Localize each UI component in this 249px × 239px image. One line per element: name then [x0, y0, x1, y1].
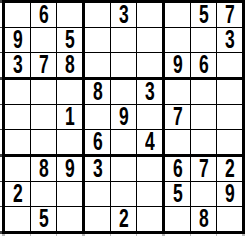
grid-tick: [216, 234, 217, 236]
grid-tick: [0, 77, 2, 80]
cell-r7c8[interactable]: 7: [191, 157, 217, 182]
cell-r6c2[interactable]: [31, 130, 57, 157]
cell-r1c7[interactable]: [165, 3, 191, 28]
sudoku-puzzle: 6357953378968319764893672259528: [0, 0, 249, 239]
cell-r6c7[interactable]: [165, 130, 191, 157]
grid-tick: [162, 234, 165, 236]
cell-r9c3[interactable]: [57, 207, 85, 231]
cell-r2c6[interactable]: [137, 28, 165, 53]
grid-tick: [30, 234, 31, 236]
cell-r7c3[interactable]: 9: [57, 157, 85, 182]
cell-r5c2[interactable]: [31, 105, 57, 130]
cell-r2c4[interactable]: [85, 28, 111, 53]
given-digit: 5: [173, 181, 183, 207]
cell-r3c9[interactable]: [217, 53, 242, 80]
grid-tick: [242, 234, 245, 236]
given-digit: 3: [225, 27, 235, 53]
cell-r5c7[interactable]: 7: [165, 105, 191, 130]
cell-r2c5[interactable]: [111, 28, 137, 53]
cell-r8c9[interactable]: 9: [217, 182, 242, 207]
cell-r3c4[interactable]: [85, 53, 111, 80]
cell-r5c3[interactable]: 1: [57, 105, 85, 130]
cell-r5c1[interactable]: [5, 105, 31, 130]
cell-r1c6[interactable]: [137, 3, 165, 28]
given-digit: 5: [39, 206, 49, 232]
cell-r6c3[interactable]: [57, 130, 85, 157]
cell-r4c8[interactable]: [191, 80, 217, 105]
grid-tick: [0, 27, 2, 28]
grid-tick: [0, 104, 2, 105]
cell-r2c9[interactable]: 3: [217, 28, 242, 53]
given-digit: 3: [13, 52, 23, 78]
given-digit: 8: [65, 52, 75, 78]
cell-r3c5[interactable]: [111, 53, 137, 80]
cell-r3c8[interactable]: 6: [191, 53, 217, 80]
given-digit: 9: [173, 52, 183, 78]
given-digit: 2: [13, 181, 23, 207]
given-digit: 7: [39, 52, 49, 78]
given-digit: 7: [173, 104, 183, 130]
cell-r1c2[interactable]: 6: [31, 3, 57, 28]
cell-r9c6[interactable]: [137, 207, 165, 231]
cell-r4c6[interactable]: 3: [137, 80, 165, 105]
cell-r3c7[interactable]: 9: [165, 53, 191, 80]
given-digit: 1: [65, 104, 75, 130]
cell-r7c4[interactable]: 3: [85, 157, 111, 182]
cell-r6c5[interactable]: [111, 130, 137, 157]
sudoku-board: 6357953378968319764893672259528: [2, 0, 245, 234]
given-digit: 7: [199, 156, 209, 182]
grid-tick: [110, 234, 111, 236]
cell-r3c2[interactable]: 7: [31, 53, 57, 80]
cell-r4c1[interactable]: [5, 80, 31, 105]
grid-tick: [190, 234, 191, 236]
cell-r1c5[interactable]: 3: [111, 3, 137, 28]
given-digit: 8: [93, 79, 103, 105]
given-digit: 6: [93, 129, 103, 155]
cell-r9c8[interactable]: 8: [191, 207, 217, 231]
given-digit: 3: [93, 156, 103, 182]
cell-r7c6[interactable]: [137, 157, 165, 182]
given-digit: 6: [199, 52, 209, 78]
given-digit: 8: [39, 156, 49, 182]
given-digit: 6: [39, 2, 49, 28]
cell-r7c5[interactable]: [111, 157, 137, 182]
cell-r9c9[interactable]: [217, 207, 242, 231]
grid-tick: [82, 234, 85, 236]
cell-r3c6[interactable]: [137, 53, 165, 80]
cell-r9c1[interactable]: [5, 207, 31, 231]
grid-tick: [2, 234, 5, 236]
cell-r8c4[interactable]: [85, 182, 111, 207]
cell-r3c3[interactable]: 8: [57, 53, 85, 80]
cell-r6c1[interactable]: [5, 130, 31, 157]
grid-tick: [56, 234, 57, 236]
grid-tick: [0, 129, 2, 130]
given-digit: 5: [199, 2, 209, 28]
given-digit: 9: [119, 104, 129, 130]
cell-r5c5[interactable]: 9: [111, 105, 137, 130]
cell-r8c1[interactable]: 2: [5, 182, 31, 207]
cell-r8c6[interactable]: [137, 182, 165, 207]
given-digit: 9: [225, 181, 235, 207]
cell-r5c8[interactable]: [191, 105, 217, 130]
cell-r9c5[interactable]: 2: [111, 207, 137, 231]
given-digit: 2: [119, 206, 129, 232]
cell-r8c3[interactable]: [57, 182, 85, 207]
given-digit: 9: [65, 156, 75, 182]
grid-tick: [0, 181, 2, 182]
cell-r3c1[interactable]: 3: [5, 53, 31, 80]
cell-r5c9[interactable]: [217, 105, 242, 130]
cell-r9c4[interactable]: [85, 207, 111, 231]
cell-r6c9[interactable]: [217, 130, 242, 157]
given-digit: 3: [119, 2, 129, 28]
cell-r7c2[interactable]: 8: [31, 157, 57, 182]
cell-r8c7[interactable]: 5: [165, 182, 191, 207]
given-digit: 3: [145, 79, 155, 105]
cell-r9c7[interactable]: [165, 207, 191, 231]
grid-tick: [0, 52, 2, 53]
cell-r4c2[interactable]: [31, 80, 57, 105]
grid-tick: [0, 154, 2, 157]
given-digit: 8: [199, 206, 209, 232]
cell-r6c4[interactable]: 6: [85, 130, 111, 157]
grid-tick: [136, 234, 137, 236]
cell-r4c4[interactable]: 8: [85, 80, 111, 105]
cell-r9c2[interactable]: 5: [31, 207, 57, 231]
grid-tick: [0, 0, 2, 3]
cell-r6c6[interactable]: 4: [137, 130, 165, 157]
given-digit: 4: [145, 129, 155, 155]
cell-r4c9[interactable]: [217, 80, 242, 105]
grid-tick: [0, 206, 2, 207]
cell-r6c8[interactable]: [191, 130, 217, 157]
cell-r1c8[interactable]: 5: [191, 3, 217, 28]
cell-r1c4[interactable]: [85, 3, 111, 28]
